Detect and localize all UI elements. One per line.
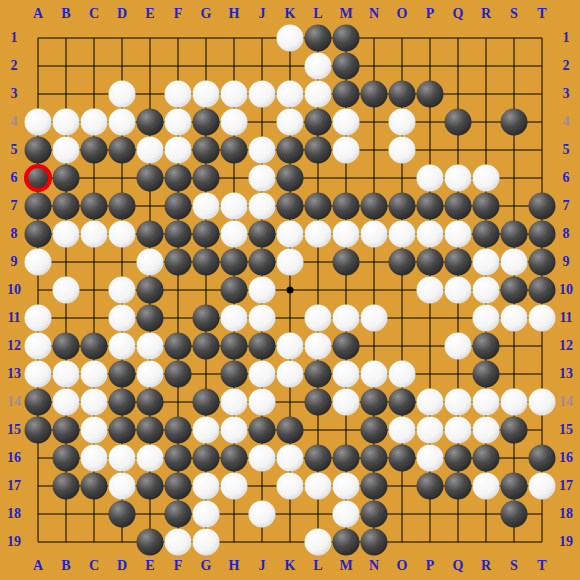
white-stone-A11 bbox=[25, 305, 52, 332]
row-label-right-14: 14 bbox=[559, 395, 573, 409]
col-label-top-B: B bbox=[61, 7, 70, 21]
white-stone-Q15 bbox=[445, 417, 472, 444]
row-label-left-15: 15 bbox=[7, 423, 21, 437]
col-label-top-K: K bbox=[285, 7, 296, 21]
col-label-top-D: D bbox=[117, 7, 127, 21]
row-label-left-17: 17 bbox=[7, 479, 21, 493]
white-stone-S11 bbox=[501, 305, 528, 332]
white-stone-L2 bbox=[305, 53, 332, 80]
black-stone-E19 bbox=[137, 529, 164, 556]
white-stone-B8 bbox=[53, 221, 80, 248]
white-stone-H7 bbox=[221, 193, 248, 220]
black-stone-P3 bbox=[417, 81, 444, 108]
white-stone-F3 bbox=[165, 81, 192, 108]
black-stone-G9 bbox=[193, 249, 220, 276]
row-label-left-18: 18 bbox=[7, 507, 21, 521]
row-label-right-15: 15 bbox=[559, 423, 573, 437]
white-stone-K4 bbox=[277, 109, 304, 136]
white-stone-Q12 bbox=[445, 333, 472, 360]
black-stone-N19 bbox=[361, 529, 388, 556]
black-stone-D18 bbox=[109, 501, 136, 528]
white-stone-O13 bbox=[389, 361, 416, 388]
black-stone-N3 bbox=[361, 81, 388, 108]
black-stone-N16 bbox=[361, 445, 388, 472]
row-label-right-17: 17 bbox=[559, 479, 573, 493]
white-stone-R9 bbox=[473, 249, 500, 276]
white-stone-H11 bbox=[221, 305, 248, 332]
row-label-left-11: 11 bbox=[7, 311, 20, 325]
row-label-left-4: 4 bbox=[11, 115, 18, 129]
row-label-right-18: 18 bbox=[559, 507, 573, 521]
row-label-left-5: 5 bbox=[11, 143, 18, 157]
black-stone-S4 bbox=[501, 109, 528, 136]
black-stone-E10 bbox=[137, 277, 164, 304]
col-label-bottom-D: D bbox=[117, 559, 127, 573]
black-stone-K5 bbox=[277, 137, 304, 164]
black-stone-R12 bbox=[473, 333, 500, 360]
row-label-right-4: 4 bbox=[563, 115, 570, 129]
black-stone-B12 bbox=[53, 333, 80, 360]
white-stone-R10 bbox=[473, 277, 500, 304]
white-stone-D11 bbox=[109, 305, 136, 332]
row-label-left-10: 10 bbox=[7, 283, 21, 297]
black-stone-B6 bbox=[53, 165, 80, 192]
black-stone-N7 bbox=[361, 193, 388, 220]
white-stone-J5 bbox=[249, 137, 276, 164]
col-label-top-E: E bbox=[145, 7, 154, 21]
white-stone-M18 bbox=[333, 501, 360, 528]
black-stone-J8 bbox=[249, 221, 276, 248]
white-stone-K12 bbox=[277, 333, 304, 360]
white-stone-M5 bbox=[333, 137, 360, 164]
col-label-bottom-J: J bbox=[259, 559, 266, 573]
black-stone-F15 bbox=[165, 417, 192, 444]
black-stone-R7 bbox=[473, 193, 500, 220]
white-stone-Q10 bbox=[445, 277, 472, 304]
white-stone-P10 bbox=[417, 277, 444, 304]
col-label-top-Q: Q bbox=[453, 7, 464, 21]
white-stone-A4 bbox=[25, 109, 52, 136]
black-stone-D14 bbox=[109, 389, 136, 416]
white-stone-G15 bbox=[193, 417, 220, 444]
black-stone-R16 bbox=[473, 445, 500, 472]
white-stone-B13 bbox=[53, 361, 80, 388]
black-stone-T16 bbox=[529, 445, 556, 472]
white-stone-Q8 bbox=[445, 221, 472, 248]
white-stone-K1 bbox=[277, 25, 304, 52]
white-stone-C13 bbox=[81, 361, 108, 388]
white-stone-F5 bbox=[165, 137, 192, 164]
row-label-right-11: 11 bbox=[559, 311, 572, 325]
white-stone-O8 bbox=[389, 221, 416, 248]
black-stone-O3 bbox=[389, 81, 416, 108]
white-stone-N11 bbox=[361, 305, 388, 332]
row-label-right-6: 6 bbox=[563, 171, 570, 185]
black-stone-B15 bbox=[53, 417, 80, 444]
col-label-bottom-C: C bbox=[89, 559, 99, 573]
white-stone-O5 bbox=[389, 137, 416, 164]
col-label-bottom-B: B bbox=[61, 559, 70, 573]
white-stone-A9 bbox=[25, 249, 52, 276]
black-stone-E14 bbox=[137, 389, 164, 416]
black-stone-R13 bbox=[473, 361, 500, 388]
black-stone-D7 bbox=[109, 193, 136, 220]
white-stone-L19 bbox=[305, 529, 332, 556]
white-stone-H15 bbox=[221, 417, 248, 444]
black-stone-S15 bbox=[501, 417, 528, 444]
white-stone-E9 bbox=[137, 249, 164, 276]
white-stone-M14 bbox=[333, 389, 360, 416]
black-stone-E6 bbox=[137, 165, 164, 192]
white-stone-A12 bbox=[25, 333, 52, 360]
row-label-right-12: 12 bbox=[559, 339, 573, 353]
white-stone-G7 bbox=[193, 193, 220, 220]
black-stone-E15 bbox=[137, 417, 164, 444]
white-stone-D4 bbox=[109, 109, 136, 136]
black-stone-T9 bbox=[529, 249, 556, 276]
row-label-left-9: 9 bbox=[11, 255, 18, 269]
white-stone-P16 bbox=[417, 445, 444, 472]
black-stone-G6 bbox=[193, 165, 220, 192]
black-stone-M2 bbox=[333, 53, 360, 80]
white-stone-L3 bbox=[305, 81, 332, 108]
black-stone-Q4 bbox=[445, 109, 472, 136]
col-label-bottom-E: E bbox=[145, 559, 154, 573]
white-stone-J16 bbox=[249, 445, 276, 472]
col-label-bottom-F: F bbox=[174, 559, 183, 573]
row-label-right-7: 7 bbox=[563, 199, 570, 213]
black-stone-T8 bbox=[529, 221, 556, 248]
black-stone-H13 bbox=[221, 361, 248, 388]
white-stone-E16 bbox=[137, 445, 164, 472]
black-stone-S18 bbox=[501, 501, 528, 528]
black-stone-M16 bbox=[333, 445, 360, 472]
white-stone-H3 bbox=[221, 81, 248, 108]
white-stone-N13 bbox=[361, 361, 388, 388]
black-stone-O16 bbox=[389, 445, 416, 472]
row-label-left-19: 19 bbox=[7, 535, 21, 549]
row-label-left-1: 1 bbox=[11, 31, 18, 45]
white-stone-R6 bbox=[473, 165, 500, 192]
white-stone-C8 bbox=[81, 221, 108, 248]
row-label-left-13: 13 bbox=[7, 367, 21, 381]
black-stone-M19 bbox=[333, 529, 360, 556]
white-stone-H8 bbox=[221, 221, 248, 248]
white-stone-T11 bbox=[529, 305, 556, 332]
black-stone-F16 bbox=[165, 445, 192, 472]
col-label-bottom-S: S bbox=[510, 559, 518, 573]
black-stone-F9 bbox=[165, 249, 192, 276]
white-stone-D8 bbox=[109, 221, 136, 248]
black-stone-G16 bbox=[193, 445, 220, 472]
row-label-left-7: 7 bbox=[11, 199, 18, 213]
black-stone-H10 bbox=[221, 277, 248, 304]
black-stone-A14 bbox=[25, 389, 52, 416]
black-stone-E4 bbox=[137, 109, 164, 136]
white-stone-B4 bbox=[53, 109, 80, 136]
black-stone-Q16 bbox=[445, 445, 472, 472]
black-stone-O7 bbox=[389, 193, 416, 220]
row-label-right-16: 16 bbox=[559, 451, 573, 465]
black-stone-A15 bbox=[25, 417, 52, 444]
white-stone-K9 bbox=[277, 249, 304, 276]
black-stone-M1 bbox=[333, 25, 360, 52]
hoshi-point-K10 bbox=[287, 287, 294, 294]
black-stone-L1 bbox=[305, 25, 332, 52]
black-stone-P17 bbox=[417, 473, 444, 500]
black-stone-C12 bbox=[81, 333, 108, 360]
black-stone-C17 bbox=[81, 473, 108, 500]
black-stone-F6 bbox=[165, 165, 192, 192]
black-stone-B17 bbox=[53, 473, 80, 500]
white-stone-G19 bbox=[193, 529, 220, 556]
col-label-top-R: R bbox=[481, 7, 491, 21]
black-stone-H16 bbox=[221, 445, 248, 472]
black-stone-G14 bbox=[193, 389, 220, 416]
white-stone-R15 bbox=[473, 417, 500, 444]
black-stone-F12 bbox=[165, 333, 192, 360]
black-stone-L5 bbox=[305, 137, 332, 164]
row-label-left-2: 2 bbox=[11, 59, 18, 73]
col-label-top-G: G bbox=[201, 7, 212, 21]
white-stone-D17 bbox=[109, 473, 136, 500]
row-label-right-5: 5 bbox=[563, 143, 570, 157]
black-stone-M7 bbox=[333, 193, 360, 220]
white-stone-P15 bbox=[417, 417, 444, 444]
row-label-right-1: 1 bbox=[563, 31, 570, 45]
white-stone-D10 bbox=[109, 277, 136, 304]
black-stone-H12 bbox=[221, 333, 248, 360]
white-stone-Q14 bbox=[445, 389, 472, 416]
white-stone-O4 bbox=[389, 109, 416, 136]
last-move-marker-A6 bbox=[24, 164, 52, 192]
white-stone-J6 bbox=[249, 165, 276, 192]
white-stone-C15 bbox=[81, 417, 108, 444]
black-stone-P9 bbox=[417, 249, 444, 276]
white-stone-H17 bbox=[221, 473, 248, 500]
black-stone-C5 bbox=[81, 137, 108, 164]
col-label-bottom-O: O bbox=[397, 559, 408, 573]
row-label-left-16: 16 bbox=[7, 451, 21, 465]
black-stone-J12 bbox=[249, 333, 276, 360]
black-stone-J15 bbox=[249, 417, 276, 444]
col-label-bottom-A: A bbox=[33, 559, 43, 573]
black-stone-A7 bbox=[25, 193, 52, 220]
white-stone-G18 bbox=[193, 501, 220, 528]
black-stone-F13 bbox=[165, 361, 192, 388]
white-stone-Q6 bbox=[445, 165, 472, 192]
black-stone-G5 bbox=[193, 137, 220, 164]
black-stone-L16 bbox=[305, 445, 332, 472]
white-stone-E13 bbox=[137, 361, 164, 388]
row-label-left-8: 8 bbox=[11, 227, 18, 241]
col-label-bottom-L: L bbox=[313, 559, 322, 573]
col-label-top-F: F bbox=[174, 7, 183, 21]
black-stone-H5 bbox=[221, 137, 248, 164]
black-stone-J9 bbox=[249, 249, 276, 276]
black-stone-E17 bbox=[137, 473, 164, 500]
white-stone-H14 bbox=[221, 389, 248, 416]
black-stone-R8 bbox=[473, 221, 500, 248]
white-stone-J10 bbox=[249, 277, 276, 304]
white-stone-M8 bbox=[333, 221, 360, 248]
row-label-right-3: 3 bbox=[563, 87, 570, 101]
white-stone-K13 bbox=[277, 361, 304, 388]
col-label-top-J: J bbox=[259, 7, 266, 21]
white-stone-M11 bbox=[333, 305, 360, 332]
black-stone-K6 bbox=[277, 165, 304, 192]
black-stone-Q9 bbox=[445, 249, 472, 276]
black-stone-M9 bbox=[333, 249, 360, 276]
black-stone-B16 bbox=[53, 445, 80, 472]
black-stone-D13 bbox=[109, 361, 136, 388]
white-stone-B10 bbox=[53, 277, 80, 304]
col-label-top-M: M bbox=[339, 7, 352, 21]
black-stone-Q7 bbox=[445, 193, 472, 220]
black-stone-S10 bbox=[501, 277, 528, 304]
black-stone-S8 bbox=[501, 221, 528, 248]
white-stone-P8 bbox=[417, 221, 444, 248]
black-stone-F17 bbox=[165, 473, 192, 500]
black-stone-A8 bbox=[25, 221, 52, 248]
row-label-right-8: 8 bbox=[563, 227, 570, 241]
black-stone-Q17 bbox=[445, 473, 472, 500]
white-stone-K17 bbox=[277, 473, 304, 500]
white-stone-G17 bbox=[193, 473, 220, 500]
white-stone-R17 bbox=[473, 473, 500, 500]
col-label-bottom-R: R bbox=[481, 559, 491, 573]
black-stone-H9 bbox=[221, 249, 248, 276]
col-label-bottom-G: G bbox=[201, 559, 212, 573]
row-label-left-3: 3 bbox=[11, 87, 18, 101]
black-stone-L13 bbox=[305, 361, 332, 388]
white-stone-R11 bbox=[473, 305, 500, 332]
black-stone-O14 bbox=[389, 389, 416, 416]
black-stone-G12 bbox=[193, 333, 220, 360]
white-stone-T17 bbox=[529, 473, 556, 500]
row-label-left-6: 6 bbox=[11, 171, 18, 185]
black-stone-P7 bbox=[417, 193, 444, 220]
white-stone-M13 bbox=[333, 361, 360, 388]
black-stone-K7 bbox=[277, 193, 304, 220]
white-stone-R14 bbox=[473, 389, 500, 416]
black-stone-K15 bbox=[277, 417, 304, 444]
white-stone-J11 bbox=[249, 305, 276, 332]
black-stone-N17 bbox=[361, 473, 388, 500]
black-stone-M3 bbox=[333, 81, 360, 108]
white-stone-J18 bbox=[249, 501, 276, 528]
white-stone-S9 bbox=[501, 249, 528, 276]
black-stone-B7 bbox=[53, 193, 80, 220]
white-stone-P6 bbox=[417, 165, 444, 192]
black-stone-S17 bbox=[501, 473, 528, 500]
white-stone-M4 bbox=[333, 109, 360, 136]
black-stone-G8 bbox=[193, 221, 220, 248]
row-label-left-12: 12 bbox=[7, 339, 21, 353]
white-stone-L8 bbox=[305, 221, 332, 248]
col-label-bottom-P: P bbox=[426, 559, 435, 573]
col-label-top-S: S bbox=[510, 7, 518, 21]
black-stone-L7 bbox=[305, 193, 332, 220]
white-stone-J14 bbox=[249, 389, 276, 416]
col-label-top-T: T bbox=[537, 7, 546, 21]
black-stone-E11 bbox=[137, 305, 164, 332]
black-stone-E8 bbox=[137, 221, 164, 248]
white-stone-A13 bbox=[25, 361, 52, 388]
col-label-top-H: H bbox=[229, 7, 240, 21]
row-label-right-19: 19 bbox=[559, 535, 573, 549]
row-label-left-14: 14 bbox=[7, 395, 21, 409]
black-stone-N14 bbox=[361, 389, 388, 416]
black-stone-G11 bbox=[193, 305, 220, 332]
col-label-bottom-H: H bbox=[229, 559, 240, 573]
row-label-right-10: 10 bbox=[559, 283, 573, 297]
white-stone-G3 bbox=[193, 81, 220, 108]
white-stone-K16 bbox=[277, 445, 304, 472]
black-stone-C7 bbox=[81, 193, 108, 220]
col-label-top-A: A bbox=[33, 7, 43, 21]
black-stone-T10 bbox=[529, 277, 556, 304]
col-label-top-N: N bbox=[369, 7, 379, 21]
white-stone-F19 bbox=[165, 529, 192, 556]
white-stone-H4 bbox=[221, 109, 248, 136]
col-label-top-O: O bbox=[397, 7, 408, 21]
black-stone-A5 bbox=[25, 137, 52, 164]
black-stone-L4 bbox=[305, 109, 332, 136]
col-label-top-P: P bbox=[426, 7, 435, 21]
white-stone-C14 bbox=[81, 389, 108, 416]
black-stone-L14 bbox=[305, 389, 332, 416]
white-stone-D3 bbox=[109, 81, 136, 108]
white-stone-B14 bbox=[53, 389, 80, 416]
row-label-right-9: 9 bbox=[563, 255, 570, 269]
col-label-bottom-M: M bbox=[339, 559, 352, 573]
black-stone-N15 bbox=[361, 417, 388, 444]
white-stone-C4 bbox=[81, 109, 108, 136]
col-label-bottom-K: K bbox=[285, 559, 296, 573]
white-stone-N8 bbox=[361, 221, 388, 248]
white-stone-L12 bbox=[305, 333, 332, 360]
white-stone-O15 bbox=[389, 417, 416, 444]
white-stone-E5 bbox=[137, 137, 164, 164]
white-stone-J3 bbox=[249, 81, 276, 108]
white-stone-M17 bbox=[333, 473, 360, 500]
white-stone-S14 bbox=[501, 389, 528, 416]
black-stone-D5 bbox=[109, 137, 136, 164]
white-stone-K8 bbox=[277, 221, 304, 248]
white-stone-E12 bbox=[137, 333, 164, 360]
go-board[interactable]: AABBCCDDEEFFGGHHJJKKLLMMNNOOPPQQRRSSTT11… bbox=[0, 0, 580, 580]
white-stone-T14 bbox=[529, 389, 556, 416]
black-stone-F7 bbox=[165, 193, 192, 220]
row-label-right-13: 13 bbox=[559, 367, 573, 381]
white-stone-L11 bbox=[305, 305, 332, 332]
col-label-top-L: L bbox=[313, 7, 322, 21]
black-stone-N18 bbox=[361, 501, 388, 528]
black-stone-D15 bbox=[109, 417, 136, 444]
black-stone-F18 bbox=[165, 501, 192, 528]
col-label-top-C: C bbox=[89, 7, 99, 21]
white-stone-P14 bbox=[417, 389, 444, 416]
white-stone-F4 bbox=[165, 109, 192, 136]
col-label-bottom-Q: Q bbox=[453, 559, 464, 573]
white-stone-K3 bbox=[277, 81, 304, 108]
col-label-bottom-T: T bbox=[537, 559, 546, 573]
white-stone-L17 bbox=[305, 473, 332, 500]
white-stone-C16 bbox=[81, 445, 108, 472]
col-label-bottom-N: N bbox=[369, 559, 379, 573]
white-stone-J7 bbox=[249, 193, 276, 220]
